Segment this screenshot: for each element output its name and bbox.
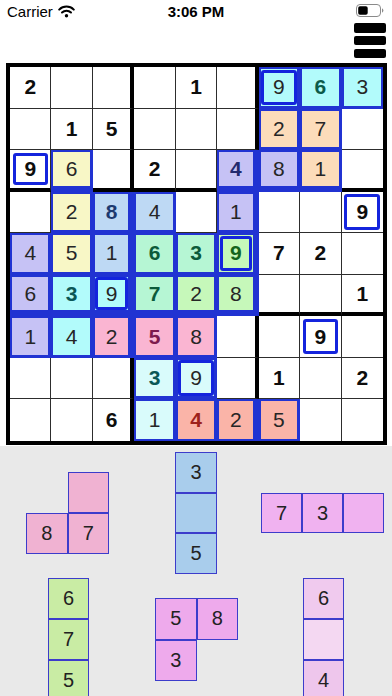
- board-cell-r3c7[interactable]: 8: [259, 150, 300, 192]
- piece-cell: [68, 472, 110, 513]
- sudoku-board: 2196315279624812841945163972639728114258…: [6, 63, 387, 445]
- carrier-label: Carrier: [7, 3, 53, 20]
- board-cell-r7c3[interactable]: 2: [93, 316, 134, 358]
- piece-digit: 2: [106, 325, 118, 349]
- given-digit: 6: [149, 241, 161, 265]
- piece-cell: 5: [175, 533, 217, 574]
- given-digit: 4: [230, 157, 242, 181]
- wifi-icon: [58, 5, 75, 18]
- board-cell-r4c7[interactable]: [259, 192, 300, 234]
- piece-cell: [303, 619, 344, 660]
- board-cell-r9c9[interactable]: [342, 399, 383, 441]
- board-cell-r6c5[interactable]: 2: [176, 275, 217, 317]
- piece-cell-digit: 3: [170, 649, 181, 672]
- piece-cell: [343, 493, 384, 533]
- board-cell-r1c4[interactable]: [134, 67, 175, 109]
- board-cell-r2c3[interactable]: 5: [93, 109, 134, 151]
- given-digit: 2: [356, 366, 368, 390]
- piece-digit: 6: [24, 282, 36, 306]
- board-cell-r4c1[interactable]: [10, 192, 51, 234]
- board-cell-r9c3[interactable]: 6: [93, 399, 134, 441]
- piece-digit: 1: [106, 241, 118, 265]
- board-cell-r3c9[interactable]: [342, 150, 383, 192]
- board-cell-r2c5[interactable]: [176, 109, 217, 151]
- given-digit: 3: [190, 241, 202, 265]
- board-cell-r6c3[interactable]: 9: [93, 275, 134, 317]
- given-digit: 3: [66, 282, 78, 306]
- piece-cell-digit: 4: [318, 669, 329, 692]
- board-cell-r2c2[interactable]: 1: [51, 109, 92, 151]
- given-digit: 7: [273, 241, 285, 265]
- board-cell-r3c4[interactable]: 2: [134, 150, 175, 192]
- board-cell-r4c2[interactable]: 2: [51, 192, 92, 234]
- piece-digit: 2: [273, 117, 285, 141]
- board-cell-r8c6[interactable]: [217, 358, 258, 400]
- board-cell-r2c1[interactable]: [10, 109, 51, 151]
- board-cell-r2c6[interactable]: [217, 109, 258, 151]
- board-cell-r7c5[interactable]: 8: [176, 316, 217, 358]
- board-cell-r3c5[interactable]: [176, 150, 217, 192]
- piece-cell: 7: [48, 619, 89, 660]
- screen: Carrier 3:06 PM 219631527962481284194516…: [0, 0, 392, 696]
- board-cell-r3c1[interactable]: 9: [10, 150, 51, 192]
- board-cell-r1c2[interactable]: [51, 67, 92, 109]
- board-cell-r5c9[interactable]: [342, 233, 383, 275]
- board-cell-r9c8[interactable]: [300, 399, 341, 441]
- piece-digit: 2: [66, 200, 78, 224]
- piece-digit: 1: [149, 408, 161, 432]
- board-cell-r5c4[interactable]: 6: [134, 233, 175, 275]
- piece-cell: 3: [175, 452, 217, 493]
- board-cell-r8c4[interactable]: 3: [134, 358, 175, 400]
- board-cell-r4c4[interactable]: 4: [134, 192, 175, 234]
- piece-cell-digit: 3: [317, 502, 328, 525]
- piece-digit: 9: [106, 282, 118, 306]
- board-cell-r3c6[interactable]: 4: [217, 150, 258, 192]
- piece-cell-digit: 5: [190, 542, 201, 565]
- given-digit: 3: [149, 366, 161, 390]
- board-cell-r3c3[interactable]: [93, 150, 134, 192]
- given-digit: 6: [106, 408, 118, 432]
- board-cell-r5c7[interactable]: 7: [259, 233, 300, 275]
- board-cell-r5c8[interactable]: 2: [300, 233, 341, 275]
- piece-digit: 7: [314, 117, 326, 141]
- board-cell-r1c9[interactable]: 3: [342, 67, 383, 109]
- board-cell-r6c4[interactable]: 7: [134, 275, 175, 317]
- board-cell-r5c6[interactable]: 9: [217, 233, 258, 275]
- piece-digit: 6: [66, 157, 78, 181]
- board-cell-r6c8[interactable]: [300, 275, 341, 317]
- board-cell-r1c7[interactable]: 9: [259, 67, 300, 109]
- piece-digit: 5: [273, 408, 285, 432]
- board-cell-r8c9[interactable]: 2: [342, 358, 383, 400]
- given-digit: 5: [106, 117, 118, 141]
- menu-bar-icon: [354, 23, 386, 33]
- piece-digit: 8: [273, 157, 285, 181]
- piece-cell-digit: 6: [318, 587, 329, 610]
- piece-digit: 4: [66, 325, 78, 349]
- given-digit: 9: [314, 325, 326, 349]
- menu-bar-icon: [354, 49, 386, 59]
- board-cell-r1c8[interactable]: 6: [300, 67, 341, 109]
- status-bar: Carrier 3:06 PM: [0, 0, 392, 22]
- piece-cell-digit: 8: [212, 607, 223, 630]
- piece-cell-digit: 8: [41, 522, 52, 545]
- board-cell-r2c7[interactable]: 2: [259, 109, 300, 151]
- given-digit: 5: [149, 325, 161, 349]
- board-cell-r7c1[interactable]: 1: [10, 316, 51, 358]
- piece-digit: 5: [66, 241, 78, 265]
- board-cell-r1c1[interactable]: 2: [10, 67, 51, 109]
- board-cell-r7c8[interactable]: 9: [300, 316, 341, 358]
- board-cell-r1c6[interactable]: [217, 67, 258, 109]
- board-cell-r9c7[interactable]: 5: [259, 399, 300, 441]
- board-cell-r1c3[interactable]: [93, 67, 134, 109]
- board-cell-r9c2[interactable]: [51, 399, 92, 441]
- board-cell-r7c6[interactable]: [217, 316, 258, 358]
- given-digit: 1: [66, 117, 78, 141]
- piece-digit: 8: [190, 325, 202, 349]
- board-cell-r6c6[interactable]: 8: [217, 275, 258, 317]
- board-cell-r4c5[interactable]: [176, 192, 217, 234]
- piece-digit: 3: [356, 75, 368, 99]
- board-cell-r8c5[interactable]: 9: [176, 358, 217, 400]
- piece-cell: 5: [48, 660, 89, 696]
- board-cell-r1c5[interactable]: 1: [176, 67, 217, 109]
- piece-cell: 6: [303, 578, 344, 619]
- board-cell-r7c2[interactable]: 4: [51, 316, 92, 358]
- piece-digit: 9: [273, 75, 285, 99]
- battery-icon: [356, 4, 384, 17]
- board-cell-r3c8[interactable]: 1: [300, 150, 341, 192]
- piece-cell-digit: 6: [63, 587, 74, 610]
- given-digit: 6: [314, 75, 326, 99]
- board-cell-r6c1[interactable]: 6: [10, 275, 51, 317]
- board-cell-r9c5[interactable]: 4: [176, 399, 217, 441]
- piece-cell: 5: [155, 598, 197, 640]
- piece-cell-digit: 5: [170, 607, 181, 630]
- board-cell-r5c2[interactable]: 5: [51, 233, 92, 275]
- given-digit: 1: [356, 282, 368, 306]
- given-digit: 8: [106, 200, 118, 224]
- board-cell-r4c9[interactable]: 9: [342, 192, 383, 234]
- board-cell-r7c7[interactable]: [259, 316, 300, 358]
- piece-cell: 7: [68, 513, 110, 554]
- piece-cell: 7: [261, 493, 302, 533]
- board-cell-r8c2[interactable]: [51, 358, 92, 400]
- given-digit: 7: [149, 282, 161, 306]
- board-cell-r7c9[interactable]: [342, 316, 383, 358]
- board-cell-r3c2[interactable]: 6: [51, 150, 92, 192]
- given-digit: 1: [273, 366, 285, 390]
- board-cell-r9c4[interactable]: 1: [134, 399, 175, 441]
- board-cell-r6c7[interactable]: [259, 275, 300, 317]
- menu-bar-icon: [354, 36, 386, 46]
- piece-cell: [175, 493, 217, 534]
- piece-digit: 4: [24, 241, 36, 265]
- given-digit: 9: [24, 157, 36, 181]
- piece-digit: 2: [230, 408, 242, 432]
- piece-cell: 4: [303, 660, 344, 696]
- piece-cell-digit: 7: [63, 628, 74, 651]
- piece-tray: 87357367558364: [0, 446, 392, 696]
- given-digit: 9: [230, 241, 242, 265]
- piece-cell-digit: 3: [190, 461, 201, 484]
- clock: 3:06 PM: [168, 3, 225, 20]
- menu-button[interactable]: [354, 23, 386, 58]
- board-cell-r5c1[interactable]: 4: [10, 233, 51, 275]
- board-cell-r9c1[interactable]: [10, 399, 51, 441]
- board-cell-r5c3[interactable]: 1: [93, 233, 134, 275]
- board-cell-r5c5[interactable]: 3: [176, 233, 217, 275]
- piece-cell-digit: 5: [63, 669, 74, 692]
- piece-cell: 8: [26, 513, 68, 554]
- piece-digit: 1: [314, 157, 326, 181]
- piece-digit: 1: [24, 325, 36, 349]
- board-cell-r8c1[interactable]: [10, 358, 51, 400]
- board-cell-r2c9[interactable]: [342, 109, 383, 151]
- piece-cell-digit: 7: [276, 502, 287, 525]
- board-cell-r7c4[interactable]: 5: [134, 316, 175, 358]
- board-cell-r4c6[interactable]: 1: [217, 192, 258, 234]
- board-cell-r2c4[interactable]: [134, 109, 175, 151]
- given-digit: 1: [190, 75, 202, 99]
- board-cell-r2c8[interactable]: 7: [300, 109, 341, 151]
- piece-cell: 6: [48, 578, 89, 619]
- board-cell-r8c7[interactable]: 1: [259, 358, 300, 400]
- given-digit: 4: [190, 408, 202, 432]
- given-digit: 2: [314, 241, 326, 265]
- piece-digit: 2: [190, 282, 202, 306]
- board-cell-r9c6[interactable]: 2: [217, 399, 258, 441]
- board-cell-r6c2[interactable]: 3: [51, 275, 92, 317]
- piece-digit: 9: [190, 366, 202, 390]
- piece-cell: 3: [302, 493, 343, 533]
- board-cell-r6c9[interactable]: 1: [342, 275, 383, 317]
- piece-digit: 1: [230, 200, 242, 224]
- piece-digit: 8: [230, 282, 242, 306]
- given-digit: 9: [356, 200, 368, 224]
- piece-digit: 4: [149, 200, 161, 224]
- board-cell-r4c8[interactable]: [300, 192, 341, 234]
- board-cell-r8c8[interactable]: [300, 358, 341, 400]
- board-cell-r4c3[interactable]: 8: [93, 192, 134, 234]
- piece-cell-digit: 7: [83, 522, 94, 545]
- given-digit: 2: [149, 157, 161, 181]
- board-cell-r8c3[interactable]: [93, 358, 134, 400]
- given-digit: 2: [24, 75, 36, 99]
- piece-cell: 3: [155, 640, 197, 682]
- piece-cell: 8: [197, 598, 239, 640]
